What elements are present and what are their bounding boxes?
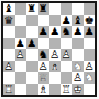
white-piece-outline: ♙ bbox=[72, 72, 84, 84]
chess-board-frame: ♝♜♜♛♟♝♚♟♟♞♟♟♟♟♟♙♞♟♙♟♙♟♙♟♙♝♗♞♘♟♙♛♕♟♙♞♘♜♖♝… bbox=[1, 1, 97, 97]
square-f3[interactable] bbox=[61, 61, 73, 73]
square-b7[interactable] bbox=[15, 15, 27, 27]
square-g6[interactable]: ♟ bbox=[72, 26, 84, 38]
square-d8[interactable]: ♜ bbox=[38, 3, 50, 15]
white-queen-piece: ♛♕ bbox=[38, 72, 50, 84]
white-piece-outline: ♕ bbox=[38, 72, 50, 84]
square-h5[interactable] bbox=[84, 38, 96, 50]
black-queen-piece: ♛ bbox=[3, 15, 15, 27]
white-piece-outline: ♗ bbox=[49, 61, 61, 73]
square-d4[interactable]: ♞ bbox=[38, 49, 50, 61]
square-c1[interactable] bbox=[26, 84, 38, 96]
square-a3[interactable]: ♟♙ bbox=[3, 61, 15, 73]
black-pawn-piece: ♟ bbox=[72, 26, 84, 38]
square-f1[interactable]: ♜♖ bbox=[61, 84, 73, 96]
square-g5[interactable] bbox=[72, 38, 84, 50]
square-e3[interactable]: ♝♗ bbox=[49, 61, 61, 73]
black-pawn-piece: ♟ bbox=[38, 26, 50, 38]
black-pawn-piece: ♟ bbox=[49, 26, 61, 38]
square-c2[interactable] bbox=[26, 72, 38, 84]
square-f8[interactable] bbox=[61, 3, 73, 15]
chess-board: ♝♜♜♛♟♝♚♟♟♞♟♟♟♟♟♙♞♟♙♟♙♟♙♟♙♝♗♞♘♟♙♛♕♟♙♞♘♜♖♝… bbox=[3, 3, 95, 95]
square-d1[interactable]: ♝♗ bbox=[38, 84, 50, 96]
white-piece-outline: ♙ bbox=[49, 49, 61, 61]
white-rook-piece: ♜♖ bbox=[61, 84, 73, 96]
square-c3[interactable] bbox=[26, 61, 38, 73]
square-h1[interactable] bbox=[84, 84, 96, 96]
square-a1[interactable]: ♜♖ bbox=[3, 84, 15, 96]
black-knight-piece: ♞ bbox=[61, 26, 73, 38]
square-c5[interactable]: ♟ bbox=[26, 38, 38, 50]
square-h8[interactable] bbox=[84, 3, 96, 15]
white-pawn-piece: ♟♙ bbox=[72, 72, 84, 84]
black-pawn-piece: ♟ bbox=[26, 38, 38, 50]
square-c7[interactable] bbox=[26, 15, 38, 27]
square-c8[interactable]: ♜ bbox=[26, 3, 38, 15]
square-b2[interactable] bbox=[15, 72, 27, 84]
white-pawn-piece: ♟♙ bbox=[15, 49, 27, 61]
white-bishop-piece: ♝♗ bbox=[49, 61, 61, 73]
white-piece-outline: ♙ bbox=[3, 61, 15, 73]
square-e8[interactable] bbox=[49, 3, 61, 15]
square-b6[interactable] bbox=[15, 26, 27, 38]
white-pawn-piece: ♟♙ bbox=[49, 49, 61, 61]
white-piece-outline: ♙ bbox=[61, 49, 73, 61]
black-rook-piece: ♜ bbox=[26, 3, 38, 15]
square-e2[interactable] bbox=[49, 72, 61, 84]
square-a4[interactable] bbox=[3, 49, 15, 61]
white-piece-outline: ♔ bbox=[72, 84, 84, 96]
square-h6[interactable]: ♟ bbox=[84, 26, 96, 38]
white-king-piece: ♚♔ bbox=[72, 84, 84, 96]
black-knight-piece: ♞ bbox=[38, 49, 50, 61]
square-a2[interactable] bbox=[3, 72, 15, 84]
square-d6[interactable]: ♟ bbox=[38, 26, 50, 38]
square-c6[interactable] bbox=[26, 26, 38, 38]
square-g8[interactable] bbox=[72, 3, 84, 15]
square-g1[interactable]: ♚♔ bbox=[72, 84, 84, 96]
square-d2[interactable]: ♛♕ bbox=[38, 72, 50, 84]
square-b3[interactable] bbox=[15, 61, 27, 73]
square-e1[interactable] bbox=[49, 84, 61, 96]
white-pawn-piece: ♟♙ bbox=[61, 49, 73, 61]
square-f6[interactable]: ♞ bbox=[61, 26, 73, 38]
square-g4[interactable] bbox=[72, 49, 84, 61]
white-pawn-piece: ♟♙ bbox=[3, 61, 15, 73]
white-bishop-piece: ♝♗ bbox=[38, 84, 50, 96]
square-a8[interactable]: ♝ bbox=[3, 3, 15, 15]
square-e4[interactable]: ♟♙ bbox=[49, 49, 61, 61]
black-rook-piece: ♜ bbox=[38, 3, 50, 15]
square-c4[interactable] bbox=[26, 49, 38, 61]
square-g2[interactable]: ♟♙ bbox=[72, 72, 84, 84]
white-knight-piece: ♞♘ bbox=[84, 72, 96, 84]
square-a7[interactable]: ♛ bbox=[3, 15, 15, 27]
black-bishop-piece: ♝ bbox=[3, 3, 15, 15]
square-b4[interactable]: ♟♙ bbox=[15, 49, 27, 61]
square-f2[interactable] bbox=[61, 72, 73, 84]
square-a5[interactable] bbox=[3, 38, 15, 50]
black-pawn-piece: ♟ bbox=[84, 26, 96, 38]
square-b1[interactable] bbox=[15, 84, 27, 96]
square-h2[interactable]: ♞♘ bbox=[84, 72, 96, 84]
square-e6[interactable]: ♟ bbox=[49, 26, 61, 38]
white-piece-outline: ♖ bbox=[61, 84, 73, 96]
white-piece-outline: ♖ bbox=[3, 84, 15, 96]
white-piece-outline: ♙ bbox=[15, 49, 27, 61]
white-piece-outline: ♗ bbox=[38, 84, 50, 96]
square-b8[interactable] bbox=[15, 3, 27, 15]
square-h4[interactable] bbox=[84, 49, 96, 61]
square-a6[interactable] bbox=[3, 26, 15, 38]
white-rook-piece: ♜♖ bbox=[3, 84, 15, 96]
white-piece-outline: ♘ bbox=[84, 72, 96, 84]
square-f4[interactable]: ♟♙ bbox=[61, 49, 73, 61]
